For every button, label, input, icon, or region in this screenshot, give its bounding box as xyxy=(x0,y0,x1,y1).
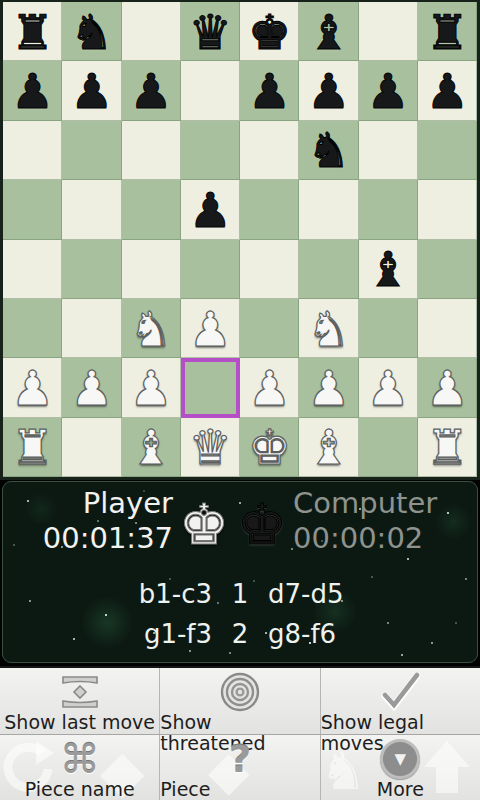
square-c5[interactable] xyxy=(122,180,181,239)
question-icon: ? xyxy=(229,739,251,779)
white-pawn-e2: ♟ xyxy=(248,364,291,412)
square-c8[interactable] xyxy=(122,2,181,61)
black-pawn-f7: ♟ xyxy=(307,67,350,115)
square-d1[interactable]: ♛ xyxy=(181,418,240,477)
square-d4[interactable] xyxy=(181,240,240,299)
square-a1[interactable]: ♜ xyxy=(3,418,62,477)
black-move: c8-g4 xyxy=(268,654,392,663)
square-f7[interactable]: ♟ xyxy=(299,61,358,120)
square-f1[interactable]: ♝ xyxy=(299,418,358,477)
square-c3[interactable]: ♞ xyxy=(122,299,181,358)
square-g3[interactable] xyxy=(359,299,418,358)
square-f4[interactable] xyxy=(299,240,358,299)
white-move: d2-d3 xyxy=(88,654,212,663)
square-g5[interactable] xyxy=(359,180,418,239)
square-d6[interactable] xyxy=(181,121,240,180)
white-pawn-d3: ♟ xyxy=(189,305,232,353)
square-a4[interactable] xyxy=(3,240,62,299)
options-menu: Show last move Show threatened xyxy=(0,666,480,800)
menu-item-show-legal-moves[interactable]: Show legal moves xyxy=(320,668,480,734)
black-move: g8-f6 xyxy=(268,614,392,654)
square-h5[interactable] xyxy=(418,180,477,239)
square-e7[interactable]: ♟ xyxy=(240,61,299,120)
white-pawn-c2: ♟ xyxy=(130,364,173,412)
menu-row-2: ◆ ◆ ♞ ⌘ Piece name ? Piece information ▼ xyxy=(0,735,480,800)
square-b8[interactable]: ♞ xyxy=(62,2,121,61)
square-d5[interactable]: ♟ xyxy=(181,180,240,239)
square-a7[interactable]: ♟ xyxy=(3,61,62,120)
square-b5[interactable] xyxy=(62,180,121,239)
white-player-block: Player 00:01:37 xyxy=(43,486,173,556)
move-row: g1-f3 2 g8-f6 xyxy=(3,614,477,654)
square-d3[interactable]: ♟ xyxy=(181,299,240,358)
black-queen-d8: ♛ xyxy=(189,8,232,56)
white-rook-h1: ♜ xyxy=(426,423,469,471)
square-h8[interactable]: ♜ xyxy=(418,2,477,61)
black-pawn-c7: ♟ xyxy=(130,67,173,115)
square-d7[interactable] xyxy=(181,61,240,120)
square-g2[interactable]: ♟ xyxy=(359,358,418,417)
square-a3[interactable] xyxy=(3,299,62,358)
square-e4[interactable] xyxy=(240,240,299,299)
black-move: d7-d5 xyxy=(268,574,392,614)
square-c4[interactable] xyxy=(122,240,181,299)
black-player-clock: 00:00:02 xyxy=(293,520,423,556)
square-g7[interactable]: ♟ xyxy=(359,61,418,120)
move-number: 2 xyxy=(212,614,268,654)
white-knight-c3: ♞ xyxy=(130,305,173,353)
white-move: g1-f3 xyxy=(88,614,212,654)
square-g1[interactable] xyxy=(359,418,418,477)
black-bishop-g4: ♝ xyxy=(367,245,410,293)
square-f2[interactable]: ♟ xyxy=(299,358,358,417)
square-e2[interactable]: ♟ xyxy=(240,358,299,417)
white-bishop-f1: ♝ xyxy=(307,423,350,471)
white-pawn-g2: ♟ xyxy=(367,364,410,412)
black-player-name: Computer xyxy=(293,486,437,520)
move-number: 1 xyxy=(212,574,268,614)
square-e8[interactable]: ♚ xyxy=(240,2,299,61)
move-number: 3 xyxy=(212,654,268,663)
black-rook-h8: ♜ xyxy=(426,8,469,56)
white-king-icon: ♚ xyxy=(175,486,233,564)
square-b2[interactable]: ♟ xyxy=(62,358,121,417)
menu-item-show-threatened[interactable]: Show threatened xyxy=(159,668,319,734)
chess-app: ♜♞♛♚♝♜♟♟♟♟♟♟♟♞♟♝♞♟♞♟♟♟♟♟♟♟♜♝♛♚♝♜ Player … xyxy=(0,0,480,800)
white-player-name: Player xyxy=(83,486,173,520)
menu-item-show-last-move[interactable]: Show last move xyxy=(0,668,159,734)
black-knight-f6: ♞ xyxy=(307,126,350,174)
square-g8[interactable] xyxy=(359,2,418,61)
last-move-icon xyxy=(58,672,102,712)
square-c6[interactable] xyxy=(122,121,181,180)
square-h3[interactable] xyxy=(418,299,477,358)
square-g4[interactable]: ♝ xyxy=(359,240,418,299)
square-h2[interactable]: ♟ xyxy=(418,358,477,417)
square-b6[interactable] xyxy=(62,121,121,180)
square-d2[interactable] xyxy=(181,358,240,417)
white-bishop-c1: ♝ xyxy=(130,423,173,471)
chess-board[interactable]: ♜♞♛♚♝♜♟♟♟♟♟♟♟♞♟♝♞♟♞♟♟♟♟♟♟♟♜♝♛♚♝♜ xyxy=(0,0,480,480)
square-b4[interactable] xyxy=(62,240,121,299)
white-move: b1-c3 xyxy=(88,574,212,614)
square-h1[interactable]: ♜ xyxy=(418,418,477,477)
square-a5[interactable] xyxy=(3,180,62,239)
black-pawn-g7: ♟ xyxy=(367,67,410,115)
square-c7[interactable]: ♟ xyxy=(122,61,181,120)
square-a6[interactable] xyxy=(3,121,62,180)
black-king-e8: ♚ xyxy=(248,8,291,56)
square-b1[interactable] xyxy=(62,418,121,477)
white-pawn-a2: ♟ xyxy=(11,364,54,412)
game-info-panel: Player 00:01:37 ♚ ♚ Computer 00:00:02 b1… xyxy=(2,481,478,663)
square-h4[interactable] xyxy=(418,240,477,299)
white-pawn-h2: ♟ xyxy=(426,364,469,412)
white-rook-a1: ♜ xyxy=(11,423,54,471)
menu-item-more[interactable]: ▼ More xyxy=(320,735,480,800)
square-h7[interactable]: ♟ xyxy=(418,61,477,120)
square-a8[interactable]: ♜ xyxy=(3,2,62,61)
black-player-block: Computer 00:00:02 xyxy=(293,486,437,556)
players-row: Player 00:01:37 ♚ ♚ Computer 00:00:02 xyxy=(3,482,477,572)
square-f8[interactable]: ♝ xyxy=(299,2,358,61)
menu-item-label: More xyxy=(377,779,424,800)
menu-row-1: Show last move Show threatened xyxy=(0,668,480,735)
square-f6[interactable]: ♞ xyxy=(299,121,358,180)
white-queen-d1: ♛ xyxy=(189,423,232,471)
target-icon xyxy=(220,672,260,712)
square-c1[interactable]: ♝ xyxy=(122,418,181,477)
square-e5[interactable] xyxy=(240,180,299,239)
square-d8[interactable]: ♛ xyxy=(181,2,240,61)
menu-item-piece-name[interactable]: ⌘ Piece name xyxy=(0,735,159,800)
move-row: b1-c3 1 d7-d5 xyxy=(3,574,477,614)
menu-item-label: Piece name xyxy=(25,779,135,800)
black-pawn-a7: ♟ xyxy=(11,67,54,115)
menu-item-label: Show last move xyxy=(4,712,155,733)
square-c2[interactable]: ♟ xyxy=(122,358,181,417)
square-b3[interactable] xyxy=(62,299,121,358)
move-list: b1-c3 1 d7-d5 g1-f3 2 g8-f6 d2-d3 3 c8-g… xyxy=(3,574,477,663)
black-pawn-d5: ♟ xyxy=(189,186,232,234)
checkmark-icon xyxy=(377,672,423,712)
menu-item-label: Piece information xyxy=(160,779,319,800)
black-knight-b8: ♞ xyxy=(70,8,113,56)
black-rook-a8: ♜ xyxy=(11,8,54,56)
square-e6[interactable] xyxy=(240,121,299,180)
black-pawn-e7: ♟ xyxy=(248,67,291,115)
white-knight-f3: ♞ xyxy=(307,305,350,353)
black-pawn-b7: ♟ xyxy=(70,67,113,115)
menu-item-piece-information[interactable]: ? Piece information xyxy=(159,735,319,800)
white-player-clock: 00:01:37 xyxy=(43,520,173,556)
square-g6[interactable] xyxy=(359,121,418,180)
square-f5[interactable] xyxy=(299,180,358,239)
black-pawn-h7: ♟ xyxy=(426,67,469,115)
more-icon: ▼ xyxy=(380,739,420,779)
square-e1[interactable]: ♚ xyxy=(240,418,299,477)
black-king-icon: ♚ xyxy=(233,486,291,564)
white-pawn-b2: ♟ xyxy=(70,364,113,412)
player-king-icons: ♚ ♚ xyxy=(175,486,291,564)
command-icon: ⌘ xyxy=(60,739,100,779)
move-row: d2-d3 3 c8-g4 xyxy=(3,654,477,663)
square-f3[interactable]: ♞ xyxy=(299,299,358,358)
white-pawn-f2: ♟ xyxy=(307,364,350,412)
white-king-e1: ♚ xyxy=(248,423,291,471)
black-bishop-f8: ♝ xyxy=(307,8,350,56)
square-e3[interactable] xyxy=(240,299,299,358)
square-a2[interactable]: ♟ xyxy=(3,358,62,417)
square-h6[interactable] xyxy=(418,121,477,180)
square-b7[interactable]: ♟ xyxy=(62,61,121,120)
